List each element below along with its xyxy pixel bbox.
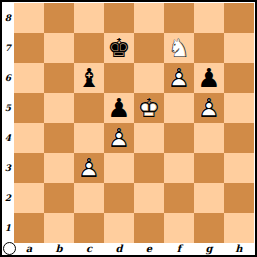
square-h1[interactable] [224,213,254,243]
square-d7[interactable]: ♚ [104,33,134,63]
rank-label-6: 6 [2,63,14,93]
square-h6[interactable] [224,63,254,93]
chess-diagram: ♚♞♘♝♟♙♟♟♚♔♟♙♟♙♟♙ 87654321 abcdefgh [0,0,257,257]
rank-label-5: 5 [2,93,14,123]
square-c6[interactable]: ♝ [74,63,104,93]
file-label-e: e [134,243,164,255]
square-c5[interactable] [74,93,104,123]
square-c2[interactable] [74,183,104,213]
piece-e5[interactable]: ♔ [134,93,164,123]
square-e2[interactable] [134,183,164,213]
square-a4[interactable] [14,123,44,153]
square-f7[interactable]: ♞♘ [164,33,194,63]
square-e6[interactable] [134,63,164,93]
square-f6[interactable]: ♟♙ [164,63,194,93]
square-g2[interactable] [194,183,224,213]
square-a3[interactable] [14,153,44,183]
white-to-move-indicator [3,242,16,255]
square-h4[interactable] [224,123,254,153]
piece-d7[interactable]: ♚ [104,33,134,63]
piece-f6[interactable]: ♙ [164,63,194,93]
square-d4[interactable]: ♟♙ [104,123,134,153]
square-b6[interactable] [44,63,74,93]
file-label-f: f [164,243,194,255]
square-a2[interactable] [14,183,44,213]
square-d2[interactable] [104,183,134,213]
file-label-b: b [44,243,74,255]
square-b4[interactable] [44,123,74,153]
piece-f7[interactable]: ♘ [164,33,194,63]
piece-d5[interactable]: ♟ [104,93,134,123]
file-label-d: d [104,243,134,255]
piece-c3[interactable]: ♙ [74,153,104,183]
square-f4[interactable] [164,123,194,153]
square-g7[interactable] [194,33,224,63]
square-c8[interactable] [74,3,104,33]
square-e4[interactable] [134,123,164,153]
file-label-c: c [74,243,104,255]
square-e5[interactable]: ♚♔ [134,93,164,123]
rank-label-1: 1 [2,213,14,243]
rank-label-7: 7 [2,33,14,63]
square-h8[interactable] [224,3,254,33]
file-label-a: a [14,243,44,255]
square-c4[interactable] [74,123,104,153]
square-b3[interactable] [44,153,74,183]
piece-g5[interactable]: ♙ [194,93,224,123]
square-f5[interactable] [164,93,194,123]
square-f2[interactable] [164,183,194,213]
chess-board: ♚♞♘♝♟♙♟♟♚♔♟♙♟♙♟♙ [14,3,254,243]
piece-d4[interactable]: ♙ [104,123,134,153]
square-a8[interactable] [14,3,44,33]
square-a6[interactable] [14,63,44,93]
square-b8[interactable] [44,3,74,33]
file-label-h: h [224,243,254,255]
piece-g6[interactable]: ♟ [194,63,224,93]
square-b2[interactable] [44,183,74,213]
square-e3[interactable] [134,153,164,183]
square-g1[interactable] [194,213,224,243]
square-c7[interactable] [74,33,104,63]
square-a7[interactable] [14,33,44,63]
square-a1[interactable] [14,213,44,243]
square-d3[interactable] [104,153,134,183]
square-a5[interactable] [14,93,44,123]
square-g4[interactable] [194,123,224,153]
file-label-g: g [194,243,224,255]
square-h2[interactable] [224,183,254,213]
rank-label-2: 2 [2,183,14,213]
piece-c6[interactable]: ♝ [74,63,104,93]
square-d6[interactable] [104,63,134,93]
square-e7[interactable] [134,33,164,63]
square-e8[interactable] [134,3,164,33]
square-b5[interactable] [44,93,74,123]
square-g5[interactable]: ♟♙ [194,93,224,123]
square-h3[interactable] [224,153,254,183]
square-f1[interactable] [164,213,194,243]
square-g6[interactable]: ♟ [194,63,224,93]
square-b7[interactable] [44,33,74,63]
square-f8[interactable] [164,3,194,33]
square-b1[interactable] [44,213,74,243]
square-d8[interactable] [104,3,134,33]
square-g3[interactable] [194,153,224,183]
rank-label-3: 3 [2,153,14,183]
square-f3[interactable] [164,153,194,183]
square-e1[interactable] [134,213,164,243]
square-g8[interactable] [194,3,224,33]
square-d1[interactable] [104,213,134,243]
square-h5[interactable] [224,93,254,123]
square-h7[interactable] [224,33,254,63]
square-c3[interactable]: ♟♙ [74,153,104,183]
square-c1[interactable] [74,213,104,243]
rank-label-4: 4 [2,123,14,153]
square-d5[interactable]: ♟ [104,93,134,123]
rank-label-8: 8 [2,3,14,33]
